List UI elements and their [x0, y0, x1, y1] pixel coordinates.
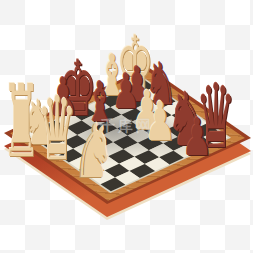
board-frame	[4, 67, 251, 204]
board-wood-border	[10, 70, 245, 200]
illustration-canvas: ♚♝♚♟♝♟♟♞♟♟♞♛♟♜♞♛♞ 千库网	[0, 0, 253, 253]
